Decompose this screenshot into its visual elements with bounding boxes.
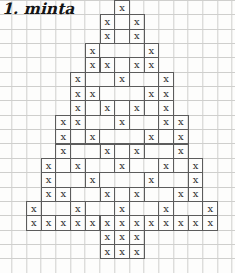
stitch-cell: x [114, 72, 130, 87]
stitch-mark: x [163, 103, 169, 113]
stitch-cell: x [158, 72, 174, 87]
stitch-cell: x [188, 187, 204, 202]
stitch-mark: x [163, 88, 169, 98]
stitch-cell: x [100, 29, 116, 44]
stitch-cell: x [114, 230, 130, 245]
stitch-mark: x [134, 246, 140, 256]
stitch-cell: x [144, 43, 160, 58]
stitch-cell: x [202, 201, 218, 216]
stitch-mark: x [105, 31, 111, 41]
stitch-cell: x [129, 187, 145, 202]
stitch-mark: x [134, 103, 140, 113]
stitch-cell: x [129, 244, 145, 259]
stitch-mark: x [105, 103, 111, 113]
stitch-cell: x [55, 129, 71, 144]
stitch-cell: x [85, 43, 101, 58]
stitch-mark: x [163, 203, 169, 213]
stitch-mark: x [60, 146, 66, 156]
stitch-cell: x [100, 57, 116, 72]
stitch-cell: x [70, 100, 86, 115]
stitch-cell: x [144, 57, 160, 72]
stitch-cell: x [55, 144, 71, 159]
stitch-cell: x [85, 129, 101, 144]
stitch-cell: x [85, 57, 101, 72]
stitch-mark: x [119, 160, 125, 170]
stitch-mark: x [134, 217, 140, 227]
stitch-mark: x [178, 189, 184, 199]
stitch-cell: x [26, 201, 42, 216]
stitch-cell: x [114, 244, 130, 259]
stitch-cell: x [114, 215, 130, 230]
stitch-cell: x [144, 215, 160, 230]
stitch-mark: x [90, 217, 96, 227]
stitch-mark: x [46, 217, 52, 227]
stitch-cell: x [100, 215, 116, 230]
stitch-mark: x [149, 60, 155, 70]
stitch-mark: x [31, 217, 37, 227]
stitch-cell: x [26, 215, 42, 230]
stitch-mark: x [90, 131, 96, 141]
stitch-cell: x [144, 129, 160, 144]
stitch-cell: x [158, 158, 174, 173]
stitch-mark: x [134, 232, 140, 242]
stitch-cell: x [70, 72, 86, 87]
stitch-mark: x [75, 74, 81, 84]
stitch-mark: x [193, 217, 199, 227]
stitch-cell: x [129, 29, 145, 44]
stitch-mark: x [134, 17, 140, 27]
stitch-mark: x [207, 217, 213, 227]
stitch-cell: x [41, 215, 57, 230]
stitch-cell: x [85, 215, 101, 230]
stitch-cell: x [144, 86, 160, 101]
stitch-mark: x [31, 203, 37, 213]
stitch-mark: x [207, 203, 213, 213]
stitch-mark: x [60, 189, 66, 199]
stitch-mark: x [90, 174, 96, 184]
stitch-mark: x [90, 45, 96, 55]
stitch-mark: x [134, 31, 140, 41]
stitch-mark: x [134, 146, 140, 156]
tree-outline-row [41, 172, 204, 187]
stitch-cell: x [55, 187, 71, 202]
stitch-cell: x [41, 172, 57, 187]
stitch-mark: x [178, 117, 184, 127]
stitch-cell: x [70, 215, 86, 230]
stitch-mark: x [193, 189, 199, 199]
stitch-mark: x [60, 131, 66, 141]
stitch-mark: x [119, 203, 125, 213]
stitch-cell: x [114, 201, 130, 216]
stitch-cell: x [114, 158, 130, 173]
stitch-cell: x [70, 115, 86, 130]
stitch-mark: x [90, 60, 96, 70]
stitch-cell: x [202, 215, 218, 230]
stitch-mark: x [105, 146, 111, 156]
stitch-cell: x [144, 172, 160, 187]
stitch-mark: x [149, 88, 155, 98]
stitch-cell: x [41, 187, 57, 202]
stitch-mark: x [105, 246, 111, 256]
stitch-mark: x [105, 232, 111, 242]
stitch-mark: x [134, 189, 140, 199]
stitch-mark: x [105, 60, 111, 70]
stitch-mark: x [178, 146, 184, 156]
stitch-cell: x [55, 115, 71, 130]
stitch-mark: x [75, 88, 81, 98]
stitch-cell: x [188, 158, 204, 173]
stitch-mark: x [105, 217, 111, 227]
stitch-cell: x [129, 144, 145, 159]
stitch-cell: x [114, 115, 130, 130]
stitch-cell: x [188, 172, 204, 187]
stitch-cell: x [173, 215, 189, 230]
stitch-mark: x [178, 131, 184, 141]
stitch-mark: x [46, 189, 52, 199]
stitch-mark: x [119, 74, 125, 84]
stitch-mark: x [119, 2, 125, 12]
stitch-cell: x [173, 115, 189, 130]
stitch-mark: x [119, 246, 125, 256]
stitch-cell: x [158, 86, 174, 101]
stitch-cell: x [70, 201, 86, 216]
pattern-chart: xxxxxxxxxxxxxxxxxxxxxxxxxxxxxxxxxxxxxxxx… [0, 0, 235, 273]
stitch-cell: x [100, 14, 116, 29]
stitch-cell: x [158, 115, 174, 130]
stitch-cell: x [85, 172, 101, 187]
stitch-cell: x [70, 158, 86, 173]
stitch-cell: x [100, 144, 116, 159]
stitch-mark: x [119, 217, 125, 227]
stitch-mark: x [75, 160, 81, 170]
stitch-mark: x [163, 117, 169, 127]
stitch-cell: x [85, 86, 101, 101]
stitch-cell: x [100, 187, 116, 202]
stitch-mark: x [105, 189, 111, 199]
stitch-mark: x [193, 160, 199, 170]
stitch-mark: x [60, 217, 66, 227]
stitch-mark: x [163, 160, 169, 170]
stitch-mark: x [163, 74, 169, 84]
stitch-mark: x [178, 217, 184, 227]
stitch-mark: x [46, 160, 52, 170]
stitch-cell: x [129, 230, 145, 245]
stitch-cell: x [41, 158, 57, 173]
stitch-cell: x [100, 244, 116, 259]
stitch-cell: x [129, 215, 145, 230]
stitch-cell: x [188, 215, 204, 230]
stitch-cell: x [158, 215, 174, 230]
stitch-mark: x [163, 217, 169, 227]
stitch-mark: x [46, 174, 52, 184]
stitch-cell: x [100, 230, 116, 245]
stitch-mark: x [75, 203, 81, 213]
stitch-mark: x [90, 88, 96, 98]
stitch-cell: x [173, 129, 189, 144]
stitch-cell: x [129, 57, 145, 72]
stitch-cell: x [129, 14, 145, 29]
stitch-cell: x [70, 86, 86, 101]
stitch-mark: x [149, 45, 155, 55]
stitch-mark: x [105, 17, 111, 27]
stitch-cell: x [100, 100, 116, 115]
stitch-mark: x [75, 103, 81, 113]
stitch-cell: x [173, 144, 189, 159]
stitch-mark: x [149, 131, 155, 141]
stitch-mark: x [75, 117, 81, 127]
stitch-cell: x [158, 100, 174, 115]
stitch-mark: x [119, 117, 125, 127]
tree-outline-row [55, 144, 188, 159]
stitch-mark: x [149, 174, 155, 184]
stitch-mark: x [134, 60, 140, 70]
stitch-cell: x [55, 215, 71, 230]
chart-title: 1. minta [2, 0, 74, 18]
stitch-mark: x [193, 174, 199, 184]
stitch-cell: x [158, 201, 174, 216]
stitch-mark: x [149, 217, 155, 227]
stitch-cell: x [173, 187, 189, 202]
stitch-mark: x [60, 117, 66, 127]
stitch-mark: x [75, 217, 81, 227]
stitch-mark: x [119, 232, 125, 242]
stitch-cell: x [114, 0, 130, 15]
stitch-cell: x [129, 100, 145, 115]
tree-outline-row [55, 129, 188, 144]
